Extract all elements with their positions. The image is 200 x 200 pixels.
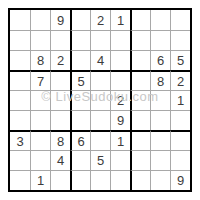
cell-r6c2[interactable] [30, 110, 50, 130]
cell-r5c6-given: 2 [110, 90, 130, 110]
cell-r7c4-given: 6 [70, 130, 90, 150]
cell-r5c4[interactable] [70, 90, 90, 110]
cell-r8c8[interactable] [150, 150, 170, 170]
cell-r5c7[interactable] [130, 90, 150, 110]
cell-r8c3-given: 4 [50, 150, 70, 170]
cell-r2c8[interactable] [150, 30, 170, 50]
cell-r5c5[interactable] [90, 90, 110, 110]
cell-r3c8-given: 6 [150, 50, 170, 70]
cell-r5c9-given: 1 [170, 90, 190, 110]
cell-r4c1[interactable] [10, 70, 30, 90]
cell-r4c2-given: 7 [30, 70, 50, 90]
cell-r6c4[interactable] [70, 110, 90, 130]
cell-r4c8-given: 8 [150, 70, 170, 90]
cell-r7c5[interactable] [90, 130, 110, 150]
cell-r3c7[interactable] [130, 50, 150, 70]
cell-r4c7[interactable] [130, 70, 150, 90]
cell-r7c7[interactable] [130, 130, 150, 150]
cell-r1c4[interactable] [70, 10, 90, 30]
cell-r1c5-given: 2 [90, 10, 110, 30]
cell-r7c9[interactable] [170, 130, 190, 150]
cell-r7c6-given: 1 [110, 130, 130, 150]
cell-r4c9-given: 2 [170, 70, 190, 90]
cell-r6c7[interactable] [130, 110, 150, 130]
cell-r3c1[interactable] [10, 50, 30, 70]
cell-r4c5[interactable] [90, 70, 110, 90]
cell-r3c3-given: 2 [50, 50, 70, 70]
cell-r6c8[interactable] [150, 110, 170, 130]
cell-r2c5[interactable] [90, 30, 110, 50]
cell-r2c3[interactable] [50, 30, 70, 50]
cell-r5c2[interactable] [30, 90, 50, 110]
cell-r8c1[interactable] [10, 150, 30, 170]
cell-r6c5[interactable] [90, 110, 110, 130]
cell-r7c2[interactable] [30, 130, 50, 150]
cell-r8c2[interactable] [30, 150, 50, 170]
cell-r1c2[interactable] [30, 10, 50, 30]
cell-r3c6[interactable] [110, 50, 130, 70]
cell-r8c6[interactable] [110, 150, 130, 170]
cell-r2c9[interactable] [170, 30, 190, 50]
cell-r3c4[interactable] [70, 50, 90, 70]
cell-r2c7[interactable] [130, 30, 150, 50]
cell-r3c5-given: 4 [90, 50, 110, 70]
cell-r7c1-given: 3 [10, 130, 30, 150]
cell-r8c9[interactable] [170, 150, 190, 170]
cell-r3c9-given: 5 [170, 50, 190, 70]
cell-r2c6[interactable] [110, 30, 130, 50]
cell-r1c3-given: 9 [50, 10, 70, 30]
cell-r2c1[interactable] [10, 30, 30, 50]
cell-r7c3-given: 8 [50, 130, 70, 150]
cell-r8c7[interactable] [130, 150, 150, 170]
cell-r5c3[interactable] [50, 90, 70, 110]
cell-r4c4-given: 5 [70, 70, 90, 90]
sudoku-screen: 92182465758221938614519 © LiveSudoku.com [0, 0, 200, 200]
cell-r9c8[interactable] [150, 170, 170, 190]
cell-r1c8[interactable] [150, 10, 170, 30]
cell-r5c1[interactable] [10, 90, 30, 110]
cell-r9c5[interactable] [90, 170, 110, 190]
cell-r3c2-given: 8 [30, 50, 50, 70]
cell-r8c4[interactable] [70, 150, 90, 170]
cell-r4c6[interactable] [110, 70, 130, 90]
cell-r9c9-given: 9 [170, 170, 190, 190]
cell-r6c9[interactable] [170, 110, 190, 130]
cell-r6c1[interactable] [10, 110, 30, 130]
cell-r4c3[interactable] [50, 70, 70, 90]
sudoku-board: 92182465758221938614519 [8, 8, 192, 192]
cell-r1c7[interactable] [130, 10, 150, 30]
cell-r1c1[interactable] [10, 10, 30, 30]
cell-r8c5-given: 5 [90, 150, 110, 170]
cell-r7c8[interactable] [150, 130, 170, 150]
cell-r9c7[interactable] [130, 170, 150, 190]
cell-r1c6-given: 1 [110, 10, 130, 30]
cell-r6c6-given: 9 [110, 110, 130, 130]
cell-r1c9[interactable] [170, 10, 190, 30]
cell-r6c3[interactable] [50, 110, 70, 130]
cell-r2c2[interactable] [30, 30, 50, 50]
cell-r9c4[interactable] [70, 170, 90, 190]
cell-r9c2-given: 1 [30, 170, 50, 190]
cell-r5c8[interactable] [150, 90, 170, 110]
cell-r9c3[interactable] [50, 170, 70, 190]
cell-r9c6[interactable] [110, 170, 130, 190]
cell-r9c1[interactable] [10, 170, 30, 190]
cell-r2c4[interactable] [70, 30, 90, 50]
